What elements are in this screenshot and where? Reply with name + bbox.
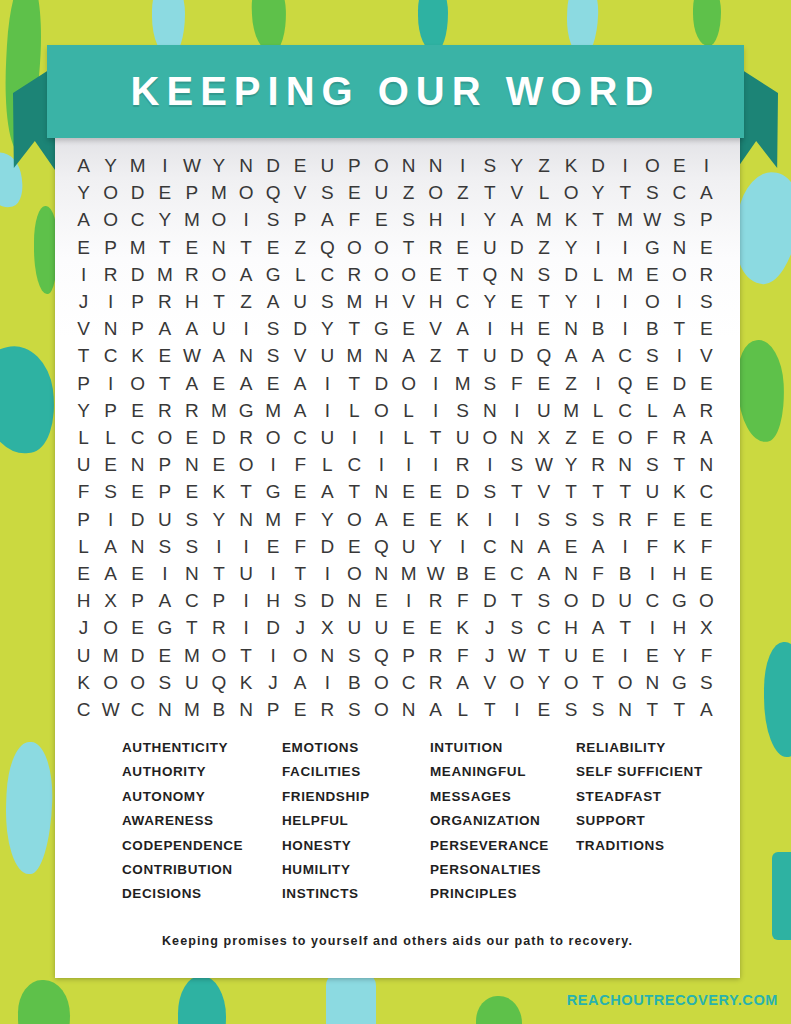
grid-cell: A [151,587,178,614]
grid-cell: E [639,370,666,397]
grid-cell: F [287,505,314,532]
grid-cell: S [693,669,720,696]
grid-cell: D [449,478,476,505]
grid-cell: E [178,234,205,261]
grid-cell: P [97,397,124,424]
grid-cell: F [503,370,530,397]
grid-cell: S [260,315,287,342]
grid-cell: N [178,451,205,478]
word-list-item: PERSEVERANCE [430,834,576,858]
grid-cell: H [666,560,693,587]
grid-cell: I [612,533,639,560]
grid-cell: S [476,478,503,505]
grid-cell: U [287,288,314,315]
grid-cell: I [97,505,124,532]
brush-stroke-blue [326,972,376,1024]
grid-cell: L [314,451,341,478]
grid-cell: N [368,342,395,369]
grid-cell: T [449,261,476,288]
grid-cell: V [287,179,314,206]
grid-cell: X [530,424,557,451]
grid-cell: U [476,234,503,261]
grid-cell: C [612,397,639,424]
grid-cell: A [666,397,693,424]
grid-cell: V [422,315,449,342]
grid-cell: E [395,478,422,505]
grid-cell: U [639,478,666,505]
grid-cell: I [314,370,341,397]
grid-cell: Q [205,669,232,696]
grid-cell: H [422,288,449,315]
grid-cell: S [693,288,720,315]
grid-cell: E [422,505,449,532]
grid-cell: S [639,342,666,369]
grid-cell: F [449,587,476,614]
grid-cell: A [585,614,612,641]
grid-cell: D [287,315,314,342]
grid-cell: O [558,179,585,206]
word-list-item: RELIABILITY [576,736,706,760]
grid-cell: S [585,505,612,532]
grid-cell: O [558,669,585,696]
grid-cell: I [693,152,720,179]
grid-cell: A [314,478,341,505]
grid-cell: E [639,261,666,288]
grid-cell: G [666,587,693,614]
grid-cell: M [260,505,287,532]
word-list-item: FRIENDSHIP [282,785,430,809]
grid-cell: T [449,342,476,369]
word-list: AUTHENTICITYAUTHORITYAUTONOMYAWARENESSCO… [122,736,706,907]
grid-cell: Y [503,152,530,179]
grid-cell: A [395,342,422,369]
grid-cell: W [639,206,666,233]
grid-cell: I [612,315,639,342]
grid-cell: I [585,288,612,315]
grid-cell: T [612,478,639,505]
grid-cell: M [124,152,151,179]
grid-cell: I [476,315,503,342]
grid-cell: E [585,424,612,451]
grid-cell: U [558,641,585,668]
grid-cell: O [503,669,530,696]
grid-cell: E [97,451,124,478]
brush-stroke-teal [772,852,791,940]
grid-cell: C [287,424,314,451]
grid-cell: C [476,533,503,560]
grid-cell: Z [558,424,585,451]
grid-cell: O [639,288,666,315]
word-list-item: SELF SUFFICIENT [576,760,706,784]
grid-cell: A [449,669,476,696]
grid-cell: Y [97,152,124,179]
grid-cell: I [97,288,124,315]
grid-cell: O [422,179,449,206]
grid-cell: E [449,234,476,261]
grid-cell: H [666,614,693,641]
grid-cell: S [503,614,530,641]
word-list-item: MESSAGES [430,785,576,809]
grid-cell: N [395,696,422,723]
grid-cell: S [639,451,666,478]
grid-cell: T [476,696,503,723]
grid-cell: K [666,478,693,505]
grid-cell: F [287,533,314,560]
grid-cell: K [449,505,476,532]
grid-cell: S [314,288,341,315]
grid-cell: D [585,587,612,614]
grid-cell: A [260,288,287,315]
grid-cell: E [693,560,720,587]
grid-cell: O [151,424,178,451]
grid-cell: S [530,587,557,614]
grid-cell: I [503,696,530,723]
grid-cell: F [693,533,720,560]
word-list-item: MEANINGFUL [430,760,576,784]
grid-cell: Q [260,179,287,206]
grid-cell: B [585,315,612,342]
grid-cell: I [422,451,449,478]
word-list-item: CODEPENDENCE [122,834,282,858]
grid-cell: P [693,206,720,233]
grid-cell: Q [612,370,639,397]
grid-cell: E [70,234,97,261]
grid-cell: B [449,560,476,587]
grid-cell: D [124,641,151,668]
grid-cell: F [287,451,314,478]
grid-cell: H [422,206,449,233]
grid-cell: A [151,315,178,342]
grid-cell: L [530,179,557,206]
grid-cell: I [476,505,503,532]
grid-cell: I [476,451,503,478]
grid-cell: Y [70,179,97,206]
grid-cell: A [503,206,530,233]
grid-cell: K [666,533,693,560]
grid-cell: I [422,370,449,397]
grid-cell: N [368,478,395,505]
grid-cell: A [693,424,720,451]
grid-cell: S [395,206,422,233]
grid-cell: R [178,261,205,288]
grid-cell: O [124,370,151,397]
grid-cell: P [124,587,151,614]
grid-cell: T [612,179,639,206]
grid-cell: I [70,261,97,288]
grid-cell: L [70,533,97,560]
grid-cell: I [639,614,666,641]
grid-cell: L [585,261,612,288]
grid-cell: W [530,451,557,478]
grid-cell: I [395,587,422,614]
grid-cell: E [260,370,287,397]
grid-cell: J [260,669,287,696]
grid-cell: E [124,397,151,424]
grid-cell: O [368,696,395,723]
grid-cell: E [666,152,693,179]
grid-cell: E [178,478,205,505]
grid-cell: Z [233,288,260,315]
grid-cell: Y [70,397,97,424]
grid-cell: P [205,587,232,614]
grid-cell: A [422,696,449,723]
grid-cell: S [314,179,341,206]
grid-cell: S [260,342,287,369]
grid-cell: P [260,696,287,723]
grid-cell: S [341,696,368,723]
grid-cell: Z [449,179,476,206]
grid-cell: K [233,669,260,696]
grid-cell: V [395,288,422,315]
grid-cell: I [666,288,693,315]
grid-cell: E [503,288,530,315]
grid-cell: I [612,234,639,261]
grid-cell: M [558,397,585,424]
grid-cell: U [314,424,341,451]
grid-cell: T [287,560,314,587]
grid-cell: O [341,560,368,587]
grid-cell: Y [422,533,449,560]
grid-cell: M [205,179,232,206]
grid-cell: N [205,234,232,261]
grid-cell: T [341,478,368,505]
grid-cell: Y [314,505,341,532]
grid-cell: Y [585,179,612,206]
grid-cell: T [233,478,260,505]
grid-cell: O [205,206,232,233]
word-list-item: CONTRIBUTION [122,858,282,882]
grid-cell: H [178,288,205,315]
grid-cell: E [287,478,314,505]
grid-cell: M [612,206,639,233]
grid-cell: T [530,641,557,668]
grid-cell: S [341,641,368,668]
grid-cell: K [205,478,232,505]
grid-cell: V [503,179,530,206]
grid-cell: S [449,397,476,424]
grid-cell: G [260,478,287,505]
word-list-item: INSTINCTS [282,882,430,906]
grid-cell: F [449,641,476,668]
grid-cell: O [639,152,666,179]
word-list-item: ORGANIZATION [430,809,576,833]
grid-cell: N [233,342,260,369]
grid-cell: I [368,451,395,478]
grid-cell: T [233,234,260,261]
grid-cell: I [395,451,422,478]
website-url: REACHOUTRECOVERY.COM [567,992,778,1008]
grid-cell: T [530,288,557,315]
grid-cell: I [314,560,341,587]
grid-cell: Y [476,206,503,233]
grid-cell: M [260,397,287,424]
grid-cell: K [124,342,151,369]
grid-cell: R [585,451,612,478]
word-list-item: STEADFAST [576,785,706,809]
grid-cell: S [558,696,585,723]
grid-cell: L [341,397,368,424]
grid-cell: R [449,451,476,478]
grid-cell: E [341,179,368,206]
grid-cell: E [558,533,585,560]
grid-cell: U [612,587,639,614]
grid-cell: P [70,505,97,532]
word-list-item: AUTHENTICITY [122,736,282,760]
grid-cell: Z [530,234,557,261]
grid-cell: C [124,206,151,233]
grid-cell: S [558,505,585,532]
grid-cell: E [287,152,314,179]
grid-cell: L [639,397,666,424]
grid-cell: Q [368,533,395,560]
grid-cell: D [124,261,151,288]
grid-cell: Z [287,234,314,261]
grid-cell: X [97,587,124,614]
grid-cell: I [314,397,341,424]
grid-cell: A [530,560,557,587]
grid-cell: I [233,614,260,641]
grid-cell: O [260,424,287,451]
grid-cell: E [205,370,232,397]
grid-cell: T [612,614,639,641]
word-list-item: FACILITIES [282,760,430,784]
grid-cell: E [151,179,178,206]
grid-cell: C [666,179,693,206]
grid-cell: R [151,288,178,315]
grid-cell: S [97,478,124,505]
grid-cell: B [639,315,666,342]
grid-cell: E [422,614,449,641]
brush-stroke-blue [4,741,55,875]
grid-cell: M [341,288,368,315]
grid-cell: E [530,696,557,723]
grid-cell: C [395,669,422,696]
grid-cell: Z [422,342,449,369]
grid-cell: M [178,641,205,668]
grid-cell: E [124,478,151,505]
word-list-item: EMOTIONS [282,736,430,760]
grid-cell: V [530,478,557,505]
grid-cell: N [97,315,124,342]
grid-cell: I [612,288,639,315]
grid-cell: D [124,179,151,206]
grid-cell: O [612,669,639,696]
grid-cell: P [395,641,422,668]
grid-cell: S [530,505,557,532]
grid-cell: U [151,505,178,532]
title-ribbon: KEEPING OUR WORD [47,45,744,138]
grid-cell: E [693,315,720,342]
grid-cell: A [287,669,314,696]
grid-cell: N [639,669,666,696]
grid-cell: O [558,587,585,614]
word-list-item: HONESTY [282,834,430,858]
grid-cell: Z [395,179,422,206]
grid-cell: E [70,560,97,587]
grid-cell: A [314,206,341,233]
grid-cell: T [233,641,260,668]
grid-cell: U [205,315,232,342]
grid-cell: I [666,342,693,369]
grid-cell: R [178,397,205,424]
grid-cell: R [314,696,341,723]
grid-cell: L [449,696,476,723]
grid-cell: N [233,505,260,532]
grid-cell: I [612,152,639,179]
grid-cell: U [233,560,260,587]
grid-cell: C [639,587,666,614]
grid-cell: K [558,206,585,233]
grid-cell: P [151,451,178,478]
grid-cell: O [287,641,314,668]
grid-cell: R [422,669,449,696]
grid-cell: N [422,152,449,179]
grid-cell: F [639,533,666,560]
grid-cell: M [97,641,124,668]
grid-cell: U [70,641,97,668]
grid-cell: T [205,560,232,587]
grid-cell: E [368,206,395,233]
word-list-item: PERSONALTIES [430,858,576,882]
grid-cell: D [503,342,530,369]
grid-cell: W [97,696,124,723]
grid-cell: D [124,505,151,532]
grid-cell: C [124,696,151,723]
grid-cell: N [124,533,151,560]
grid-cell: R [693,261,720,288]
brush-stroke-teal [0,342,61,459]
grid-cell: D [260,614,287,641]
grid-cell: O [205,641,232,668]
grid-cell: R [693,397,720,424]
grid-cell: O [233,179,260,206]
grid-cell: E [151,641,178,668]
grid-cell: C [178,587,205,614]
grid-cell: K [558,152,585,179]
word-list-item: SUPPORT [576,809,706,833]
grid-cell: M [151,261,178,288]
grid-cell: T [70,342,97,369]
brush-stroke-teal [764,642,791,757]
grid-cell: A [233,370,260,397]
grid-cell: I [449,152,476,179]
grid-cell: G [260,261,287,288]
grid-cell: H [558,614,585,641]
word-list-item: INTUITION [430,736,576,760]
grid-cell: T [585,206,612,233]
word-list-item: HUMILITY [282,858,430,882]
page-title: KEEPING OUR WORD [131,69,661,114]
grid-cell: E [260,234,287,261]
grid-cell: I [97,370,124,397]
grid-cell: D [666,370,693,397]
grid-cell: Y [205,152,232,179]
caption: Keeping promises to yourself and others … [55,934,740,948]
brush-stroke-teal [178,976,226,1024]
grid-cell: P [70,370,97,397]
grid-cell: S [530,261,557,288]
grid-cell: O [368,152,395,179]
grid-cell: Q [368,641,395,668]
grid-cell: M [341,342,368,369]
grid-cell: C [97,342,124,369]
grid-cell: S [287,587,314,614]
grid-cell: N [151,696,178,723]
word-list-item: PRINCIPLES [430,882,576,906]
grid-cell: T [395,234,422,261]
grid-cell: N [314,641,341,668]
grid-cell: E [639,641,666,668]
